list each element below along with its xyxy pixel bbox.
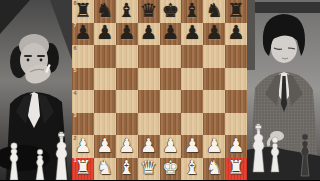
square-e8[interactable]: ♚ xyxy=(160,0,182,23)
square-g5[interactable] xyxy=(203,68,225,91)
piece-black-king: ♚ xyxy=(162,1,179,20)
square-f7[interactable]: ♟ xyxy=(181,23,203,46)
square-h4[interactable] xyxy=(225,90,247,113)
rank-label-6: 6 xyxy=(74,46,77,52)
square-f5[interactable] xyxy=(181,68,203,91)
square-d2[interactable]: ♟ xyxy=(138,135,160,158)
chess-board: 8♜♞♝♛♚♝♞♜7♟♟♟♟♟♟♟♟65432♟♟♟♟♟♟♟♟1♜♞♝♛♚♝♞♜ xyxy=(72,0,247,180)
square-b2[interactable]: ♟ xyxy=(94,135,116,158)
piece-white-pawn: ♟ xyxy=(228,136,245,155)
square-h8[interactable]: ♜ xyxy=(225,0,247,23)
piece-white-pawn: ♟ xyxy=(184,136,201,155)
square-h3[interactable] xyxy=(225,113,247,136)
piece-white-pawn: ♟ xyxy=(162,136,179,155)
square-h6[interactable] xyxy=(225,45,247,68)
square-g4[interactable] xyxy=(203,90,225,113)
piece-black-bishop: ♝ xyxy=(184,1,201,20)
square-h1[interactable]: ♜ xyxy=(225,158,247,181)
square-f3[interactable] xyxy=(181,113,203,136)
square-a3[interactable]: 3 xyxy=(72,113,94,136)
square-d6[interactable] xyxy=(138,45,160,68)
square-d4[interactable] xyxy=(138,90,160,113)
piece-black-pawn: ♟ xyxy=(228,23,245,42)
square-g1[interactable]: ♞ xyxy=(203,158,225,181)
square-d3[interactable] xyxy=(138,113,160,136)
thumbnail-scene: 8♜♞♝♛♚♝♞♜7♟♟♟♟♟♟♟♟65432♟♟♟♟♟♟♟♟1♜♞♝♛♚♝♞♜ xyxy=(0,0,320,180)
square-a1[interactable]: 1♜ xyxy=(72,158,94,181)
square-a5[interactable]: 5 xyxy=(72,68,94,91)
square-a6[interactable]: 6 xyxy=(72,45,94,68)
square-c2[interactable]: ♟ xyxy=(116,135,138,158)
piece-white-king: ♚ xyxy=(162,158,179,177)
piece-white-knight: ♞ xyxy=(96,158,113,177)
piece-white-queen: ♛ xyxy=(140,158,157,177)
square-b4[interactable] xyxy=(94,90,116,113)
piece-black-rook: ♜ xyxy=(228,1,245,20)
piece-black-pawn: ♟ xyxy=(140,23,157,42)
square-f1[interactable]: ♝ xyxy=(181,158,203,181)
piece-white-pawn: ♟ xyxy=(140,136,157,155)
piece-black-pawn: ♟ xyxy=(162,23,179,42)
square-a7[interactable]: 7♟ xyxy=(72,23,94,46)
piece-black-knight: ♞ xyxy=(96,1,113,20)
square-e1[interactable]: ♚ xyxy=(160,158,182,181)
square-d7[interactable]: ♟ xyxy=(138,23,160,46)
square-e3[interactable] xyxy=(160,113,182,136)
square-g3[interactable] xyxy=(203,113,225,136)
piece-black-queen: ♛ xyxy=(140,1,157,20)
piece-black-pawn: ♟ xyxy=(96,23,113,42)
square-e7[interactable]: ♟ xyxy=(160,23,182,46)
square-c5[interactable] xyxy=(116,68,138,91)
square-g8[interactable]: ♞ xyxy=(203,0,225,23)
square-h7[interactable]: ♟ xyxy=(225,23,247,46)
square-b5[interactable] xyxy=(94,68,116,91)
square-f8[interactable]: ♝ xyxy=(181,0,203,23)
square-h2[interactable]: ♟ xyxy=(225,135,247,158)
piece-white-pawn: ♟ xyxy=(118,136,135,155)
rank-label-5: 5 xyxy=(74,68,77,74)
piece-white-knight: ♞ xyxy=(206,158,223,177)
rank-label-3: 3 xyxy=(74,113,77,119)
square-e5[interactable] xyxy=(160,68,182,91)
square-d5[interactable] xyxy=(138,68,160,91)
piece-white-pawn: ♟ xyxy=(206,136,223,155)
square-f4[interactable] xyxy=(181,90,203,113)
square-c3[interactable] xyxy=(116,113,138,136)
square-g2[interactable]: ♟ xyxy=(203,135,225,158)
square-b1[interactable]: ♞ xyxy=(94,158,116,181)
piece-white-pawn: ♟ xyxy=(96,136,113,155)
piece-black-pawn: ♟ xyxy=(206,23,223,42)
square-b6[interactable] xyxy=(94,45,116,68)
piece-white-rook: ♜ xyxy=(74,158,91,177)
piece-white-bishop: ♝ xyxy=(184,158,201,177)
square-b3[interactable] xyxy=(94,113,116,136)
square-e4[interactable] xyxy=(160,90,182,113)
square-b8[interactable]: ♞ xyxy=(94,0,116,23)
square-f6[interactable] xyxy=(181,45,203,68)
square-c6[interactable] xyxy=(116,45,138,68)
piece-black-bishop: ♝ xyxy=(118,1,135,20)
square-g7[interactable]: ♟ xyxy=(203,23,225,46)
photo-left-player xyxy=(0,0,72,180)
square-c7[interactable]: ♟ xyxy=(116,23,138,46)
piece-black-pawn: ♟ xyxy=(74,23,91,42)
square-b7[interactable]: ♟ xyxy=(94,23,116,46)
square-a2[interactable]: 2♟ xyxy=(72,135,94,158)
square-c1[interactable]: ♝ xyxy=(116,158,138,181)
square-a8[interactable]: 8♜ xyxy=(72,0,94,23)
piece-white-rook: ♜ xyxy=(228,158,245,177)
piece-black-pawn: ♟ xyxy=(118,23,135,42)
square-h5[interactable] xyxy=(225,68,247,91)
piece-black-pawn: ♟ xyxy=(184,23,201,42)
square-d1[interactable]: ♛ xyxy=(138,158,160,181)
square-c8[interactable]: ♝ xyxy=(116,0,138,23)
square-e6[interactable] xyxy=(160,45,182,68)
square-a4[interactable]: 4 xyxy=(72,90,94,113)
piece-black-knight: ♞ xyxy=(206,1,223,20)
photo-right-player xyxy=(247,0,320,180)
rank-label-4: 4 xyxy=(74,91,77,97)
piece-white-pawn: ♟ xyxy=(74,136,91,155)
piece-black-rook: ♜ xyxy=(74,1,91,20)
square-f2[interactable]: ♟ xyxy=(181,135,203,158)
square-c4[interactable] xyxy=(116,90,138,113)
square-d8[interactable]: ♛ xyxy=(138,0,160,23)
square-e2[interactable]: ♟ xyxy=(160,135,182,158)
square-g6[interactable] xyxy=(203,45,225,68)
piece-white-bishop: ♝ xyxy=(118,158,135,177)
